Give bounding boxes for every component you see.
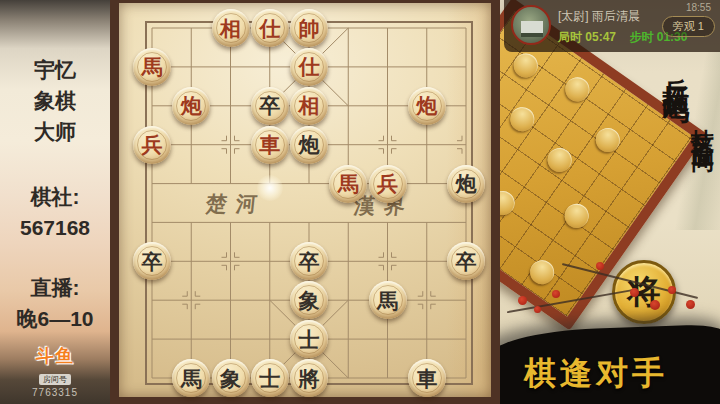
streamer-sidebar: 宇忆 象棋 大师 棋社: 567168 直播: 晚6—10 斗鱼 房间号 776… — [0, 0, 110, 404]
decor-mini-piece — [543, 143, 576, 176]
piece-char: 馬 — [338, 173, 359, 194]
piece-char: 炮 — [181, 95, 202, 116]
opponent-name: [太尉] 雨后清晨 — [558, 8, 640, 25]
piece-red-general[interactable]: 帥 — [290, 9, 328, 47]
piece-char: 卒 — [142, 251, 163, 272]
decor-mini-piece — [509, 49, 542, 82]
piece-red-chariot[interactable]: 車 — [251, 126, 289, 164]
piece-char: 將 — [299, 368, 320, 389]
piece-char: 兵 — [142, 134, 163, 155]
piece-char: 士 — [259, 368, 280, 389]
decor-mini-piece — [506, 102, 539, 135]
decor-mini-piece — [561, 73, 594, 106]
live-schedule: 直播: 晚6—10 — [0, 272, 110, 334]
live-time: 晚6—10 — [0, 303, 110, 334]
system-clock: 18:55 — [686, 2, 711, 13]
game-time: 局时 05:47 — [558, 30, 616, 44]
piece-char: 卒 — [299, 251, 320, 272]
piece-char: 相 — [220, 18, 241, 39]
plum-blossom — [630, 288, 639, 297]
piece-char: 相 — [299, 95, 320, 116]
piece-black-chariot[interactable]: 車 — [408, 359, 446, 397]
piece-black-advisor[interactable]: 士 — [290, 320, 328, 358]
piece-red-horse[interactable]: 馬 — [133, 48, 171, 86]
piece-black-elephant[interactable]: 象 — [290, 281, 328, 319]
piece-red-advisor[interactable]: 仕 — [290, 48, 328, 86]
piece-char: 車 — [259, 134, 280, 155]
piece-red-cannon[interactable]: 炮 — [172, 87, 210, 125]
piece-char: 卒 — [259, 95, 280, 116]
piece-red-elephant[interactable]: 相 — [290, 87, 328, 125]
calligraphy-column-2: 技艺盖世间 — [688, 110, 719, 135]
piece-red-elephant[interactable]: 相 — [212, 9, 250, 47]
piece-red-pawn[interactable]: 兵 — [133, 126, 171, 164]
plum-blossom — [518, 296, 527, 305]
piece-black-elephant[interactable]: 象 — [212, 359, 250, 397]
piece-black-cannon[interactable]: 炮 — [290, 126, 328, 164]
streamer-title: 宇忆 象棋 大师 — [0, 54, 110, 147]
piece-red-pawn[interactable]: 兵 — [369, 165, 407, 203]
piece-black-general[interactable]: 將 — [290, 359, 328, 397]
plum-blossom — [552, 290, 560, 298]
piece-red-cannon[interactable]: 炮 — [408, 87, 446, 125]
decor-panel: 兵挺炮鸣 技艺盖世间 将 棋逢对手 [太尉] 雨后清晨 局时 05:47 步时 … — [500, 0, 720, 404]
piece-black-cannon[interactable]: 炮 — [447, 165, 485, 203]
piece-black-horse[interactable]: 馬 — [172, 359, 210, 397]
plum-blossom — [596, 262, 604, 270]
decor-mini-piece — [525, 256, 558, 289]
stream-frame: 宇忆 象棋 大师 棋社: 567168 直播: 晚6—10 斗鱼 房间号 776… — [0, 0, 720, 404]
piece-char: 馬 — [142, 56, 163, 77]
piece-char: 象 — [299, 290, 320, 311]
piece-char: 卒 — [456, 251, 477, 272]
douyu-watermark: 斗鱼 房间号 7763315 — [0, 344, 110, 398]
banner-text: 棋逢对手 — [502, 352, 690, 396]
piece-char: 士 — [299, 329, 320, 350]
club-label: 棋社: — [0, 181, 110, 212]
live-label: 直播: — [0, 272, 110, 303]
piece-black-pawn[interactable]: 卒 — [251, 87, 289, 125]
piece-char: 炮 — [456, 173, 477, 194]
piece-char: 車 — [416, 368, 437, 389]
calligraphy-column-1: 兵挺炮鸣 — [658, 56, 694, 84]
piece-char: 仕 — [259, 18, 280, 39]
streamer-title-line3: 大师 — [0, 116, 110, 147]
move-indicator-glow — [257, 175, 283, 201]
streamer-title-line1: 宇忆 — [0, 54, 110, 85]
piece-char: 馬 — [377, 290, 398, 311]
plum-blossom — [650, 300, 660, 310]
spectators-pill[interactable]: 旁观 1 — [662, 16, 715, 37]
piece-char: 兵 — [377, 173, 398, 194]
piece-char: 炮 — [299, 134, 320, 155]
opponent-avatar[interactable] — [511, 5, 551, 45]
club-info: 棋社: 567168 — [0, 181, 110, 243]
piece-char: 仕 — [299, 56, 320, 77]
room-label: 房间号 — [39, 374, 71, 385]
plum-blossom — [686, 300, 695, 309]
plum-blossom — [668, 286, 676, 294]
piece-red-horse[interactable]: 馬 — [329, 165, 367, 203]
room-number: 7763315 — [0, 387, 110, 398]
decor-mini-piece — [560, 199, 593, 232]
piece-char: 炮 — [416, 95, 437, 116]
opponent-info-bar: [太尉] 雨后清晨 局时 05:47 步时 01:30 18:55 旁观 1 — [504, 0, 720, 52]
club-number: 567168 — [0, 212, 110, 243]
piece-black-advisor[interactable]: 士 — [251, 359, 289, 397]
xiangqi-board-frame: 楚河 漢界 相仕帥馬仕炮卒相炮兵車炮馬兵炮卒卒卒象馬士馬象士將車 — [110, 0, 500, 404]
decor-mini-piece — [591, 123, 624, 156]
piece-char: 馬 — [181, 368, 202, 389]
plum-blossom — [534, 306, 541, 313]
piece-red-advisor[interactable]: 仕 — [251, 9, 289, 47]
douyu-logo: 斗鱼 — [0, 344, 110, 368]
piece-black-horse[interactable]: 馬 — [369, 281, 407, 319]
decor-mini-piece — [500, 186, 519, 219]
streamer-title-line2: 象棋 — [0, 85, 110, 116]
piece-char: 象 — [220, 368, 241, 389]
piece-char: 帥 — [299, 18, 320, 39]
